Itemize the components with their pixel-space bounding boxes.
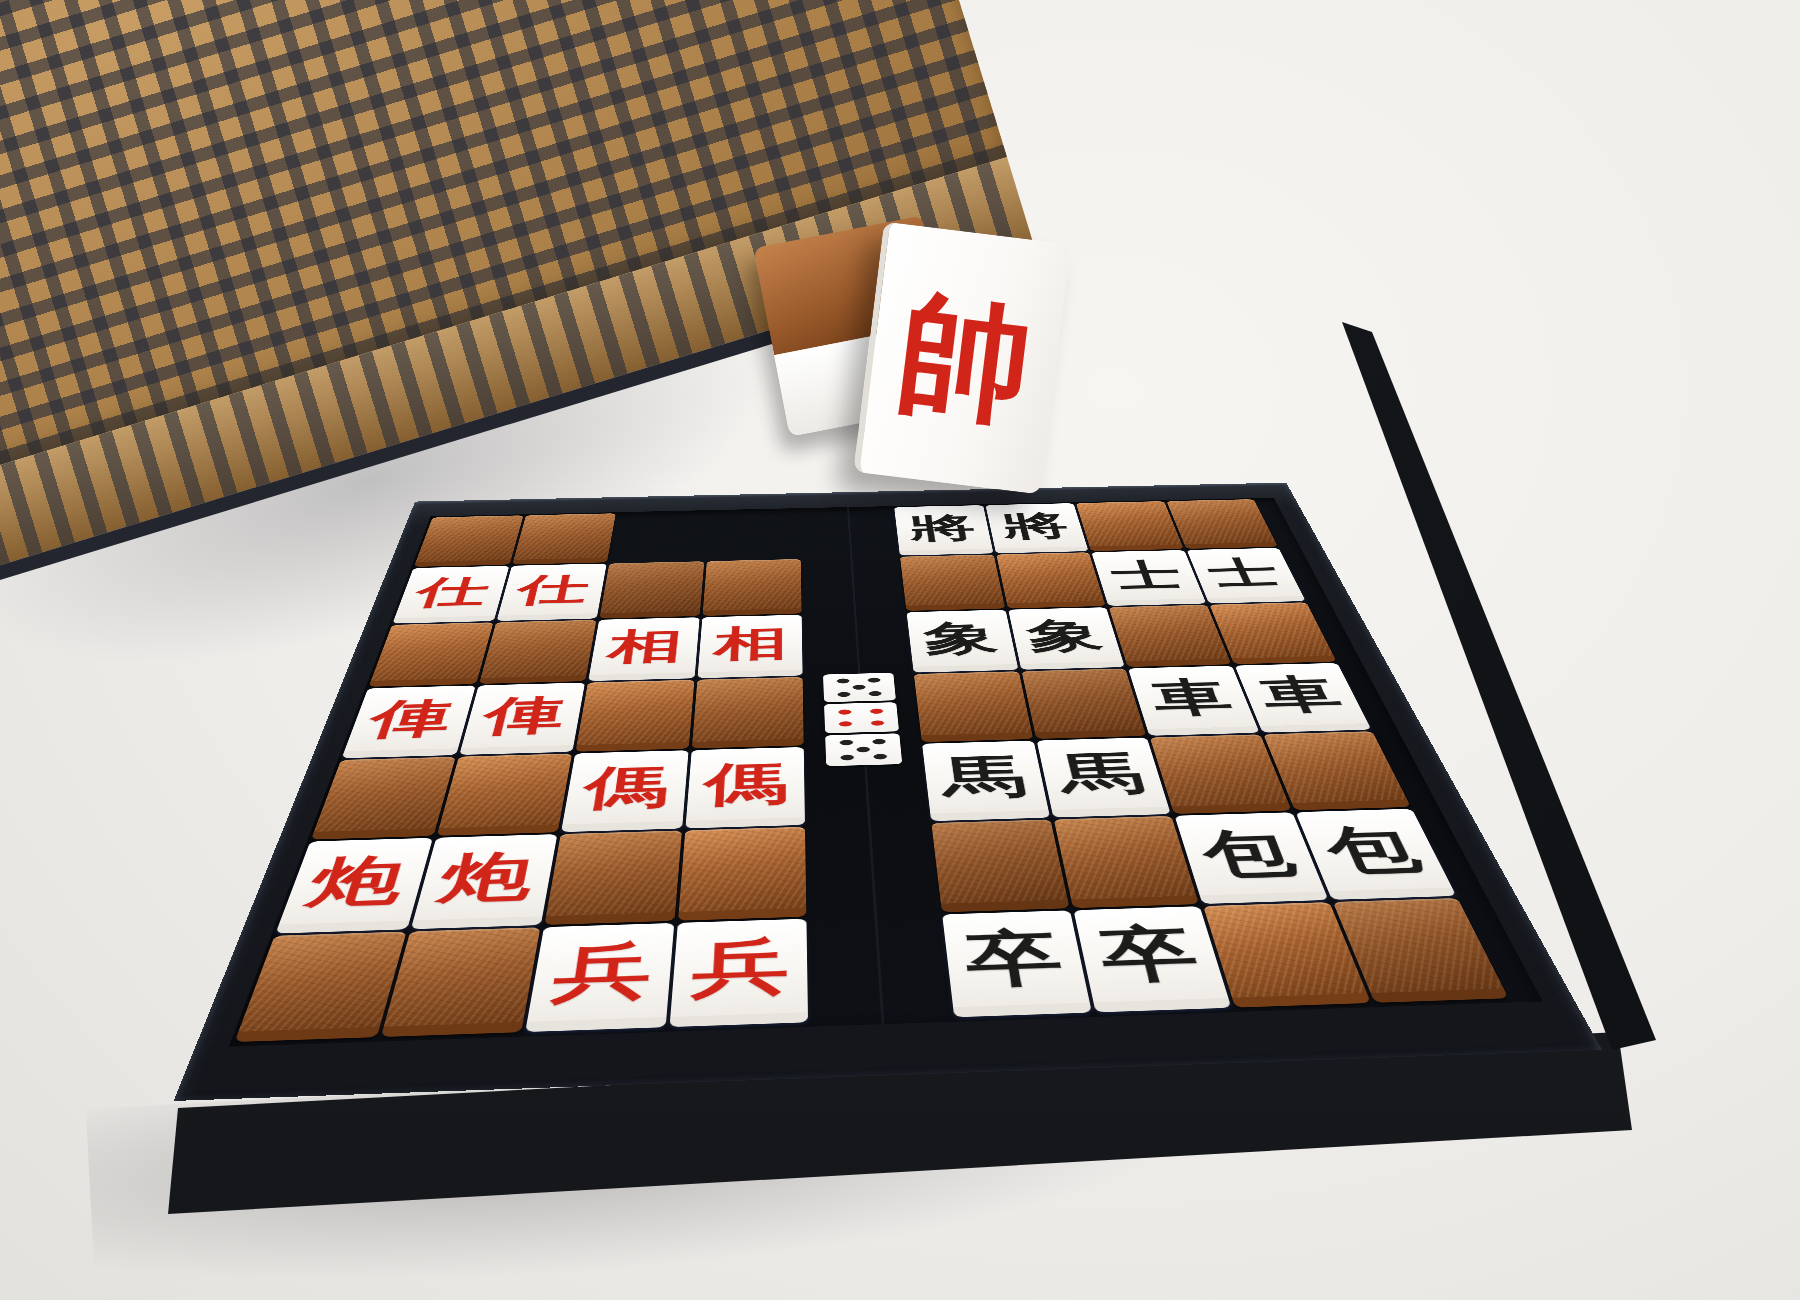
tile-仕[interactable]: 仕 xyxy=(393,566,509,624)
tile-face-down[interactable] xyxy=(931,820,1069,912)
tile-face-down[interactable] xyxy=(544,831,681,925)
tile-象[interactable]: 象 xyxy=(1008,607,1125,670)
tile-character: 車 xyxy=(1253,674,1348,715)
tile-face-down[interactable] xyxy=(900,555,1005,611)
empty-slot xyxy=(707,509,801,560)
tile-相[interactable]: 相 xyxy=(697,615,802,679)
tile-character: 馬 xyxy=(1054,750,1148,797)
tile-character: 炮 xyxy=(302,853,411,909)
red-general-character: 帥 xyxy=(891,285,1038,432)
tile-character: 俥 xyxy=(479,694,568,737)
tile-face-down[interactable] xyxy=(311,757,455,840)
tile-將[interactable]: 將 xyxy=(985,503,1088,553)
tile-character: 傌 xyxy=(581,763,671,812)
die-pip xyxy=(868,678,881,683)
tile-face-down[interactable] xyxy=(599,561,703,618)
tile-馬[interactable]: 馬 xyxy=(922,741,1050,822)
tile-character: 包 xyxy=(1317,823,1428,877)
tile-face-down[interactable] xyxy=(380,927,540,1037)
tile-兵[interactable]: 兵 xyxy=(525,923,674,1032)
tile-face-down[interactable] xyxy=(914,671,1033,742)
tile-將[interactable]: 將 xyxy=(894,505,993,555)
tile-傌[interactable]: 傌 xyxy=(685,747,805,829)
tile-character: 士 xyxy=(1107,559,1187,592)
tile-face-down[interactable] xyxy=(512,513,616,564)
tile-士[interactable]: 士 xyxy=(1091,550,1205,606)
tile-tray: 仕仕相相俥俥傌傌炮炮兵兵 將將士士象象車車馬馬包包卒卒 xyxy=(174,483,1602,1101)
tile-相[interactable]: 相 xyxy=(588,617,699,681)
die-pip xyxy=(873,754,887,760)
tile-character: 包 xyxy=(1195,827,1301,881)
propped-tile-red-general[interactable]: 帥 xyxy=(853,221,1070,494)
tile-face-down[interactable] xyxy=(414,515,523,567)
die-pip xyxy=(837,679,850,684)
die-pip xyxy=(870,709,883,714)
tile-卒[interactable]: 卒 xyxy=(942,910,1091,1017)
tile-face-down[interactable] xyxy=(1053,816,1199,908)
tile-character: 傌 xyxy=(703,760,789,808)
tile-face-down[interactable] xyxy=(436,754,572,836)
dice-tile-5[interactable] xyxy=(825,733,902,766)
tile-炮[interactable]: 炮 xyxy=(410,834,557,929)
tile-face-down[interactable] xyxy=(1021,668,1146,739)
tile-face-down[interactable] xyxy=(1076,501,1184,551)
dice-stack xyxy=(823,673,902,767)
tile-傌[interactable]: 傌 xyxy=(561,750,688,832)
tile-face-down[interactable] xyxy=(678,827,807,921)
dice-tile-5[interactable] xyxy=(823,673,896,702)
tile-character: 將 xyxy=(999,511,1072,541)
tile-character: 馬 xyxy=(939,753,1029,801)
die-pip xyxy=(837,692,850,697)
tile-象[interactable]: 象 xyxy=(907,610,1018,673)
die-pip xyxy=(869,691,882,696)
tile-炮[interactable]: 炮 xyxy=(276,838,433,933)
tile-face-down[interactable] xyxy=(576,680,695,752)
tile-character: 車 xyxy=(1146,677,1237,719)
die-pip xyxy=(856,747,870,753)
tile-character: 仕 xyxy=(412,575,494,609)
die-pip xyxy=(840,755,854,761)
tile-俥[interactable]: 俥 xyxy=(459,683,585,755)
tile-character: 相 xyxy=(605,627,684,665)
photo-scene: 仕仕相相俥俥傌傌炮炮兵兵 將將士士象象車車馬馬包包卒卒 帥 xyxy=(0,0,1800,1300)
tile-character: 俥 xyxy=(364,697,457,740)
tile-character: 仕 xyxy=(514,573,592,607)
die-pip xyxy=(838,709,851,714)
empty-slot xyxy=(610,511,709,562)
tile-face-down[interactable] xyxy=(702,559,801,616)
tile-face-down[interactable] xyxy=(479,620,597,684)
tile-character: 炮 xyxy=(435,849,538,905)
tile-馬[interactable]: 馬 xyxy=(1036,738,1171,818)
tile-character: 將 xyxy=(907,513,977,543)
tile-character: 象 xyxy=(1024,617,1106,654)
tile-character: 兵 xyxy=(549,940,654,1005)
tile-character: 象 xyxy=(921,619,1000,656)
die-pip xyxy=(853,685,866,690)
tile-face-down[interactable] xyxy=(235,931,407,1042)
dice-tile-4[interactable] xyxy=(824,702,899,733)
tile-character: 相 xyxy=(713,625,788,663)
die-pip xyxy=(839,721,852,727)
tile-face-down[interactable] xyxy=(691,677,803,749)
black-army-block: 將將士士象象車車馬馬包包卒卒 xyxy=(894,499,1508,1017)
tile-character: 兵 xyxy=(690,935,789,999)
tile-character: 卒 xyxy=(1094,922,1205,985)
tile-兵[interactable]: 兵 xyxy=(669,919,808,1027)
tile-face-down[interactable] xyxy=(996,552,1106,608)
die-pip xyxy=(871,720,884,726)
tile-character: 士 xyxy=(1203,557,1286,590)
die-pip xyxy=(840,740,853,746)
tile-仕[interactable]: 仕 xyxy=(496,564,606,621)
die-pip xyxy=(872,739,886,745)
tile-character: 卒 xyxy=(962,927,1067,990)
